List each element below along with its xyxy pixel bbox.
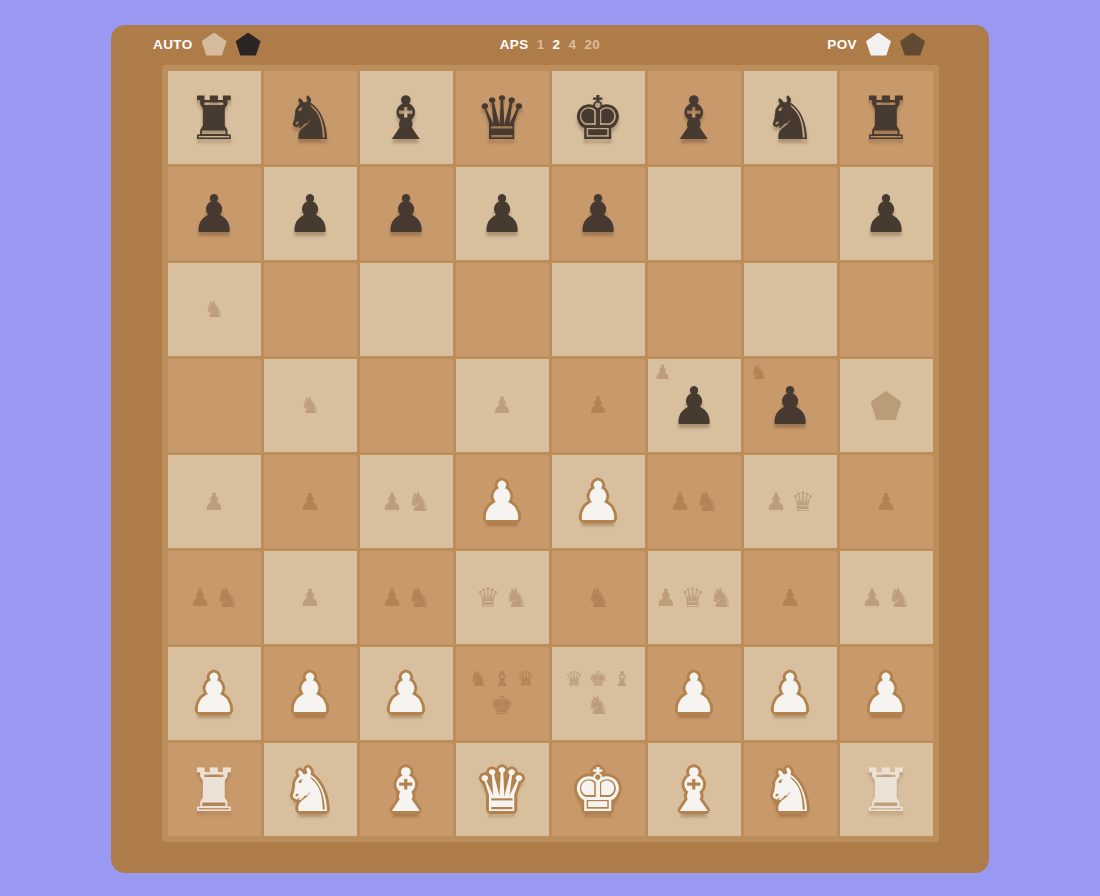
ghost-knight-icon: ♞ — [504, 584, 528, 611]
square-a8[interactable]: ♜ — [168, 71, 261, 164]
piece-black-bishop: ♝ — [667, 88, 721, 148]
piece-black-pawn: ♟ — [863, 188, 910, 240]
ghost-knight-icon: ♞ — [695, 488, 719, 515]
square-e3[interactable]: ♞ — [552, 551, 645, 644]
square-b7[interactable]: ♟ — [264, 167, 357, 260]
ghost-knight-icon: ♞ — [215, 584, 239, 611]
square-d6[interactable] — [456, 263, 549, 356]
ghost-bishop-icon: ♝ — [612, 669, 631, 690]
ghost-hints: ♟ — [552, 359, 645, 452]
square-d7[interactable]: ♟ — [456, 167, 549, 260]
ghost-queen-icon: ♛ — [681, 584, 705, 611]
square-e4[interactable]: ♟ — [552, 455, 645, 548]
aps-control: APS 1 2 4 20 — [500, 37, 601, 52]
piece-white-rook: ♜ — [859, 760, 913, 820]
square-f4[interactable]: ♟♞ — [648, 455, 741, 548]
ghost-pawn-badge-icon — [871, 391, 902, 420]
piece-white-pawn: ♟ — [670, 667, 718, 721]
square-a2[interactable]: ♟ — [168, 647, 261, 740]
square-c2[interactable]: ♟ — [360, 647, 453, 740]
piece-black-queen: ♛ — [475, 88, 529, 148]
square-g2[interactable]: ♟ — [744, 647, 837, 740]
piece-black-bishop: ♝ — [379, 88, 433, 148]
square-e2[interactable]: ♛♚♝♞ — [552, 647, 645, 740]
ghost-hints: ♞ — [552, 551, 645, 644]
ghost-hints: ♟ — [744, 551, 837, 644]
ghost-hints: ♟ — [168, 455, 261, 548]
aps-option-1[interactable]: 1 — [537, 37, 545, 52]
ghost-knight-icon: ♞ — [709, 584, 733, 611]
square-d8[interactable]: ♛ — [456, 71, 549, 164]
square-c7[interactable]: ♟ — [360, 167, 453, 260]
square-h1[interactable]: ♜ — [840, 743, 933, 836]
piece-white-pawn: ♟ — [766, 667, 814, 721]
board: ♜♞♝♛♚♝♞♜♟♟♟♟♟♟♞♞♟♟♟♟♞♟♟♟♟♞♟♟♟♞♟♛♟♟♞♟♟♞♛♞… — [168, 71, 933, 836]
square-d2[interactable]: ♞♝♛♚ — [456, 647, 549, 740]
ghost-hints: ♟ — [264, 551, 357, 644]
square-h7[interactable]: ♟ — [840, 167, 933, 260]
ghost-hints: ♞ — [168, 263, 261, 356]
square-b5[interactable]: ♞ — [264, 359, 357, 452]
square-c6[interactable] — [360, 263, 453, 356]
ghost-knight-icon: ♞ — [586, 690, 609, 720]
square-a6[interactable]: ♞ — [168, 263, 261, 356]
piece-white-pawn: ♟ — [190, 667, 238, 721]
piece-black-king: ♚ — [571, 88, 625, 148]
ghost-hints: ♟♛ — [744, 455, 837, 548]
ghost-knight-icon: ♞ — [750, 362, 768, 382]
piece-black-pawn: ♟ — [575, 188, 622, 240]
piece-white-pawn: ♟ — [382, 667, 430, 721]
piece-black-pawn: ♟ — [287, 188, 334, 240]
ghost-pawn-icon: ♟ — [861, 586, 883, 610]
square-f2[interactable]: ♟ — [648, 647, 741, 740]
ghost-hints: ♞ — [264, 359, 357, 452]
square-e5[interactable]: ♟ — [552, 359, 645, 452]
ghost-pawn-icon: ♟ — [875, 490, 897, 514]
square-d3[interactable]: ♛♞ — [456, 551, 549, 644]
square-g4[interactable]: ♟♛ — [744, 455, 837, 548]
square-e1[interactable]: ♚ — [552, 743, 645, 836]
ghost-hints: ♟♞ — [648, 455, 741, 548]
piece-white-pawn: ♟ — [478, 475, 526, 529]
piece-white-knight: ♞ — [763, 760, 817, 820]
ghost-pawn-icon: ♟ — [189, 586, 211, 610]
ghost-hints: ♟♞ — [840, 551, 933, 644]
square-a7[interactable]: ♟ — [168, 167, 261, 260]
piece-black-pawn: ♟ — [767, 380, 814, 432]
square-c4[interactable]: ♟♞ — [360, 455, 453, 548]
ghost-pawn-icon: ♟ — [299, 490, 321, 514]
piece-white-pawn: ♟ — [574, 475, 622, 529]
square-b6[interactable] — [264, 263, 357, 356]
ghost-hints: ♛♚♝♞ — [552, 647, 645, 740]
piece-white-queen: ♛ — [475, 760, 529, 820]
ghost-pawn-icon: ♟ — [381, 586, 403, 610]
auto-label: AUTO — [153, 37, 193, 52]
ghost-queen-icon: ♛ — [565, 669, 584, 690]
square-d5[interactable]: ♟ — [456, 359, 549, 452]
ghost-hints: ♟♞ — [168, 551, 261, 644]
square-c3[interactable]: ♟♞ — [360, 551, 453, 644]
ghost-pawn-icon: ♟ — [779, 586, 801, 610]
aps-label: APS — [500, 37, 529, 52]
pov-white-pawn-icon[interactable] — [866, 33, 891, 56]
ghost-pawn-icon: ♟ — [654, 362, 672, 382]
square-a3[interactable]: ♟♞ — [168, 551, 261, 644]
ghost-pawn-icon: ♟ — [669, 490, 691, 514]
auto-control: AUTO — [153, 33, 261, 56]
ghost-pawn-icon: ♟ — [203, 490, 225, 514]
ghost-knight-icon: ♞ — [407, 584, 431, 611]
square-a1[interactable]: ♜ — [168, 743, 261, 836]
auto-white-pawn-icon[interactable] — [202, 33, 227, 56]
square-d1[interactable]: ♛ — [456, 743, 549, 836]
square-h6[interactable] — [840, 263, 933, 356]
square-f7[interactable] — [648, 167, 741, 260]
ghost-hints: ♞♝♛♚ — [456, 647, 549, 740]
ghost-knight-icon: ♞ — [887, 584, 911, 611]
piece-black-knight: ♞ — [763, 88, 817, 148]
pov-label: POV — [827, 37, 857, 52]
ghost-knight-icon: ♞ — [300, 394, 321, 417]
square-f1[interactable]: ♝ — [648, 743, 741, 836]
piece-white-bishop: ♝ — [379, 760, 433, 820]
square-c1[interactable]: ♝ — [360, 743, 453, 836]
square-a5[interactable] — [168, 359, 261, 452]
ghost-hints: ♟ — [264, 455, 357, 548]
ghost-pawn-icon: ♟ — [765, 490, 787, 514]
ghost-hints: ♟♛♞ — [648, 551, 741, 644]
board-frame: ♜♞♝♛♚♝♞♜♟♟♟♟♟♟♞♞♟♟♟♟♞♟♟♟♟♞♟♟♟♞♟♛♟♟♞♟♟♞♛♞… — [162, 65, 939, 842]
square-b2[interactable]: ♟ — [264, 647, 357, 740]
square-f8[interactable]: ♝ — [648, 71, 741, 164]
ghost-hints: ♟ — [456, 359, 549, 452]
ghost-hints: ♟♞ — [360, 551, 453, 644]
ghost-knight-icon: ♞ — [469, 669, 488, 690]
square-g5[interactable]: ♞♟ — [744, 359, 837, 452]
piece-black-rook: ♜ — [187, 88, 241, 148]
app-panel: AUTO APS 1 2 4 20 POV ♜♞♝♛♚♝♞♜♟♟♟♟♟♟♞♞♟♟… — [111, 25, 989, 873]
square-e8[interactable]: ♚ — [552, 71, 645, 164]
ghost-king-icon: ♚ — [589, 669, 608, 690]
ghost-king-icon: ♚ — [490, 690, 513, 720]
square-h8[interactable]: ♜ — [840, 71, 933, 164]
piece-black-knight: ♞ — [283, 88, 337, 148]
square-b3[interactable]: ♟ — [264, 551, 357, 644]
ghost-pawn-icon: ♟ — [299, 586, 321, 610]
pov-control: POV — [827, 33, 925, 56]
piece-white-rook: ♜ — [187, 760, 241, 820]
square-b8[interactable]: ♞ — [264, 71, 357, 164]
piece-black-pawn: ♟ — [383, 188, 430, 240]
square-g8[interactable]: ♞ — [744, 71, 837, 164]
ghost-pawn-icon: ♟ — [492, 394, 513, 417]
piece-white-knight: ♞ — [283, 760, 337, 820]
square-f3[interactable]: ♟♛♞ — [648, 551, 741, 644]
piece-black-rook: ♜ — [859, 88, 913, 148]
ghost-queen-icon: ♛ — [791, 488, 815, 515]
ghost-hints: ♟ — [840, 455, 933, 548]
square-h5[interactable] — [840, 359, 933, 452]
ghost-hints — [840, 359, 933, 452]
piece-white-pawn: ♟ — [862, 667, 910, 721]
ghost-hints: ♛♞ — [456, 551, 549, 644]
square-c5[interactable] — [360, 359, 453, 452]
ghost-queen-icon: ♛ — [516, 669, 535, 690]
square-b4[interactable]: ♟ — [264, 455, 357, 548]
piece-white-bishop: ♝ — [667, 760, 721, 820]
auto-black-pawn-icon[interactable] — [236, 33, 261, 56]
square-g6[interactable] — [744, 263, 837, 356]
ghost-pawn-icon: ♟ — [588, 394, 609, 417]
square-c8[interactable]: ♝ — [360, 71, 453, 164]
square-f6[interactable] — [648, 263, 741, 356]
ghost-knight-icon: ♞ — [586, 584, 610, 611]
piece-white-pawn: ♟ — [286, 667, 334, 721]
pov-black-pawn-icon[interactable] — [900, 33, 925, 56]
ghost-hints: ♟♞ — [360, 455, 453, 548]
aps-option-20[interactable]: 20 — [584, 37, 600, 52]
ghost-queen-icon: ♛ — [476, 584, 500, 611]
square-b1[interactable]: ♞ — [264, 743, 357, 836]
piece-black-pawn: ♟ — [191, 188, 238, 240]
square-h2[interactable]: ♟ — [840, 647, 933, 740]
square-d4[interactable]: ♟ — [456, 455, 549, 548]
ghost-bishop-icon: ♝ — [493, 669, 512, 690]
square-g3[interactable]: ♟ — [744, 551, 837, 644]
ghost-pawn-icon: ♟ — [655, 586, 677, 610]
square-h3[interactable]: ♟♞ — [840, 551, 933, 644]
square-e6[interactable] — [552, 263, 645, 356]
square-g1[interactable]: ♞ — [744, 743, 837, 836]
aps-option-2[interactable]: 2 — [553, 37, 561, 52]
square-a4[interactable]: ♟ — [168, 455, 261, 548]
ghost-knight-icon: ♞ — [407, 488, 431, 515]
piece-black-pawn: ♟ — [671, 380, 718, 432]
square-g7[interactable] — [744, 167, 837, 260]
aps-option-4[interactable]: 4 — [569, 37, 577, 52]
square-f5[interactable]: ♟♟ — [648, 359, 741, 452]
piece-black-pawn: ♟ — [479, 188, 526, 240]
square-h4[interactable]: ♟ — [840, 455, 933, 548]
ghost-pawn-icon: ♟ — [381, 490, 403, 514]
piece-white-king: ♚ — [571, 760, 625, 820]
header: AUTO APS 1 2 4 20 POV — [111, 25, 989, 63]
square-e7[interactable]: ♟ — [552, 167, 645, 260]
ghost-knight-icon: ♞ — [204, 298, 225, 321]
